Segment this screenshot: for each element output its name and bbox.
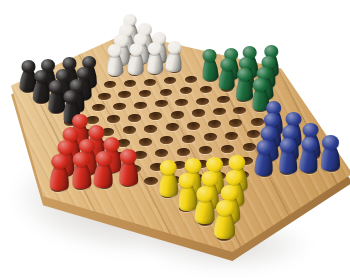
peg-head bbox=[221, 184, 239, 200]
peg-head bbox=[129, 43, 144, 56]
peg-head bbox=[120, 149, 137, 164]
peg-head bbox=[322, 135, 338, 150]
peg-blue[interactable] bbox=[253, 139, 274, 176]
peg-yellow[interactable] bbox=[193, 186, 216, 225]
peg-white[interactable] bbox=[127, 43, 146, 75]
peg-head bbox=[301, 136, 318, 152]
peg-white[interactable] bbox=[105, 44, 124, 76]
peg-yellow[interactable] bbox=[214, 200, 236, 239]
peg-green[interactable] bbox=[200, 48, 219, 81]
peg-head bbox=[280, 138, 297, 153]
peg-white[interactable] bbox=[146, 42, 164, 74]
peg-blue[interactable] bbox=[298, 136, 320, 173]
peg-head bbox=[148, 42, 163, 55]
peg-red[interactable] bbox=[118, 149, 139, 186]
peg-head bbox=[216, 200, 234, 216]
peg-head bbox=[201, 171, 218, 187]
peg-head bbox=[226, 169, 244, 185]
peg-head bbox=[201, 48, 216, 62]
peg-red[interactable] bbox=[93, 150, 115, 187]
peg-red[interactable] bbox=[49, 154, 70, 191]
peg-head bbox=[196, 186, 214, 202]
peg-head bbox=[95, 150, 112, 166]
peg-green[interactable] bbox=[217, 58, 236, 91]
pegs-layer bbox=[0, 0, 350, 278]
peg-blue[interactable] bbox=[278, 138, 299, 174]
peg-head bbox=[206, 157, 223, 172]
peg-head bbox=[167, 40, 182, 54]
peg-head bbox=[252, 78, 268, 92]
peg-head bbox=[159, 160, 176, 175]
peg-head bbox=[256, 139, 273, 154]
chinese-checkers-board-photo bbox=[0, 0, 350, 278]
peg-blue[interactable] bbox=[321, 135, 341, 171]
peg-red[interactable] bbox=[71, 152, 93, 189]
peg-white[interactable] bbox=[165, 40, 184, 72]
peg-head bbox=[51, 154, 68, 169]
